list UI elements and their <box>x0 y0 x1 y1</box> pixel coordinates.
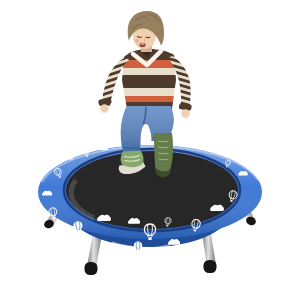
left-hand <box>100 104 108 112</box>
right-hand <box>181 109 190 118</box>
sweater-stripe <box>118 68 180 75</box>
sweater-stripe <box>118 88 180 96</box>
leg-foot-front-left <box>85 262 98 275</box>
sneaker-upper <box>121 151 144 168</box>
product-photo <box>0 0 300 300</box>
cheek-blush <box>135 39 139 43</box>
leg-foot-front-right <box>204 260 217 273</box>
teeth <box>141 43 145 44</box>
trampoline-jump-illustration <box>0 0 300 300</box>
sweater-stripe <box>118 96 180 102</box>
sweater-stripe <box>118 75 180 88</box>
